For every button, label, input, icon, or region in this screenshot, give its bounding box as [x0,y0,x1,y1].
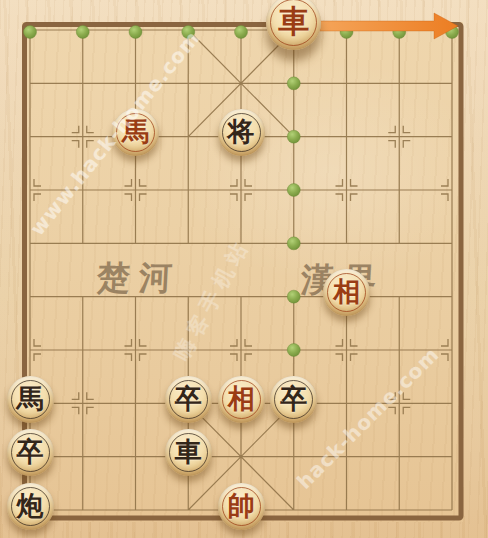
move-hint-dot[interactable] [287,343,300,356]
move-hint-dot[interactable] [287,183,300,196]
piece-character: 将 [228,118,255,145]
piece-character: 卒 [280,385,307,412]
move-hint-dot[interactable] [182,26,195,39]
move-hint-dot[interactable] [287,290,300,303]
xiangqi-board-screenshot: 楚河 漢界 車馬将相馬卒相卒卒車炮帥 www.hack-home.comhack… [0,0,488,538]
board-grid-overlay [0,0,488,538]
black-soldier-piece[interactable]: 卒 [165,376,212,423]
piece-character: 車 [175,438,202,465]
move-hint-dot[interactable] [129,26,142,39]
black-chariot-piece[interactable]: 車 [165,429,212,476]
piece-character: 馬 [17,385,44,412]
black-soldier-piece[interactable]: 卒 [270,376,317,423]
move-hint-dot[interactable] [24,26,37,39]
piece-character: 卒 [175,385,202,412]
red-horse-piece[interactable]: 馬 [112,109,159,156]
piece-character: 帥 [228,492,255,519]
move-hint-dot[interactable] [287,237,300,250]
grid-lines [30,30,452,510]
black-general-piece[interactable]: 将 [218,109,265,156]
black-soldier-piece[interactable]: 卒 [7,429,54,476]
piece-character: 炮 [17,492,44,519]
piece-character: 相 [333,278,360,305]
black-horse-piece[interactable]: 馬 [7,376,54,423]
move-arrow [316,13,458,39]
piece-character: 卒 [17,438,44,465]
move-hint-dot[interactable] [235,26,248,39]
black-cannon-piece[interactable]: 炮 [7,483,54,530]
red-elephant-piece[interactable]: 相 [323,269,370,316]
board-frame [25,25,462,519]
move-hint-dot[interactable] [76,26,89,39]
move-hint-dot[interactable] [287,130,300,143]
red-elephant-piece[interactable]: 相 [218,376,265,423]
piece-character: 相 [228,385,255,412]
red-general-piece[interactable]: 帥 [218,483,265,530]
piece-character: 馬 [122,118,149,145]
piece-character: 車 [278,6,309,37]
move-hint-dot[interactable] [287,77,300,90]
